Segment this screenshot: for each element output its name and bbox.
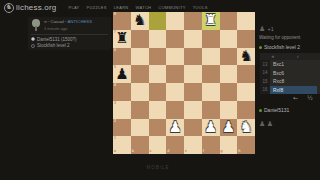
move-number: 15 xyxy=(260,77,270,86)
move-rows: 13Bxc114Bxc615Rxc816Rxf8 xyxy=(260,60,320,94)
piece-black-rook[interactable]: ♜ xyxy=(115,31,128,46)
square-c2[interactable] xyxy=(149,119,167,137)
square-b3[interactable] xyxy=(131,101,149,119)
square-d3[interactable] xyxy=(166,101,184,119)
square-e8[interactable] xyxy=(184,12,202,30)
square-g2[interactable]: ♟ xyxy=(220,119,238,137)
bottom-player-name: Daniel5131 xyxy=(264,107,289,113)
coord-rank-5: 5 xyxy=(114,66,116,70)
square-g4[interactable] xyxy=(220,83,238,101)
move-row-16: 16Rxf8 xyxy=(260,86,320,95)
nav-item-community[interactable]: COMMUNITY xyxy=(158,5,185,10)
square-a8[interactable]: 8 xyxy=(113,12,131,30)
coord-file-g: g xyxy=(221,150,223,154)
logo-text: lichess.org xyxy=(16,3,56,12)
move-number: 13 xyxy=(260,60,270,69)
coord-rank-7: 7 xyxy=(114,31,116,35)
nav-item-tools[interactable]: TOOLS xyxy=(193,5,208,10)
square-e5[interactable] xyxy=(184,65,202,83)
coord-rank-3: 3 xyxy=(114,102,116,106)
knight-logo-icon: ♞ xyxy=(4,3,14,13)
replay-nav: «‹›» xyxy=(260,53,320,60)
material-advantage: +1 xyxy=(268,27,274,32)
square-h3[interactable] xyxy=(237,101,255,119)
square-h1[interactable]: h xyxy=(237,136,255,154)
draw-button[interactable]: ½ xyxy=(307,95,313,101)
main-nav: PLAYPUZZLESLEARNWATCHCOMMUNITYTOOLS xyxy=(68,5,207,10)
square-b5[interactable] xyxy=(131,65,149,83)
square-e4[interactable] xyxy=(184,83,202,101)
square-c8[interactable] xyxy=(149,12,167,30)
square-b8[interactable]: ♞ xyxy=(131,12,149,30)
piece-black-pawn[interactable]: ♟ xyxy=(115,67,128,82)
square-d8[interactable] xyxy=(166,12,184,30)
square-f2[interactable]: ♟ xyxy=(202,119,220,137)
coord-rank-1: 1 xyxy=(114,137,116,141)
square-f5[interactable] xyxy=(202,65,220,83)
white-move-15[interactable]: Rxc8 xyxy=(270,77,317,86)
meta-player-white[interactable]: Daniel5131 (1500?) xyxy=(31,37,108,42)
square-f6[interactable] xyxy=(202,48,220,66)
square-d1[interactable]: d xyxy=(166,136,184,154)
nav-item-learn[interactable]: LEARN xyxy=(114,5,129,10)
square-f4[interactable] xyxy=(202,83,220,101)
square-b1[interactable]: b xyxy=(131,136,149,154)
square-c1[interactable]: c xyxy=(149,136,167,154)
square-b7[interactable] xyxy=(131,30,149,48)
square-d6[interactable] xyxy=(166,48,184,66)
square-a4[interactable]: 4 xyxy=(113,83,131,101)
black-side-icon xyxy=(31,44,35,48)
move-row-14: 14Bxc6 xyxy=(260,69,320,78)
captured-pawn-icon: ♟ xyxy=(267,120,274,128)
square-g5[interactable] xyxy=(220,65,238,83)
square-h6[interactable]: ♞ xyxy=(237,48,255,66)
square-c3[interactable] xyxy=(149,101,167,119)
white-player-name: Daniel5131 (1500?) xyxy=(37,37,77,42)
divider xyxy=(31,34,108,35)
online-dot-icon xyxy=(259,109,262,112)
coord-file-c: c xyxy=(150,150,152,154)
square-f7[interactable] xyxy=(202,30,220,48)
square-h4[interactable] xyxy=(237,83,255,101)
square-a3[interactable]: 3 xyxy=(113,101,131,119)
square-c6[interactable] xyxy=(149,48,167,66)
captured-pawn-icon: ♟ xyxy=(259,120,266,128)
coord-file-b: b xyxy=(132,150,134,154)
coord-rank-8: 8 xyxy=(114,13,116,17)
coord-rank-2: 2 xyxy=(114,120,116,124)
casual-label: Casual xyxy=(51,19,64,24)
square-f1[interactable]: f xyxy=(202,136,220,154)
move-row-13: 13Bxc1 xyxy=(260,60,320,69)
square-h5[interactable] xyxy=(237,65,255,83)
piece-white-pawn[interactable]: ♟ xyxy=(222,120,235,135)
white-move-14[interactable]: Bxc6 xyxy=(270,69,317,78)
coord-rank-6: 6 xyxy=(114,49,116,53)
game-created-time: 1 minute ago xyxy=(44,26,92,31)
meta-player-black[interactable]: Stockfish level 2 xyxy=(31,43,108,48)
nav-item-watch[interactable]: WATCH xyxy=(136,5,152,10)
square-b6[interactable] xyxy=(131,48,149,66)
square-c5[interactable] xyxy=(149,65,167,83)
square-a2[interactable]: 2 xyxy=(113,119,131,137)
piece-black-knight[interactable]: ♞ xyxy=(239,49,252,64)
prev-move-icon[interactable]: ‹ xyxy=(297,54,299,59)
bottom-player[interactable]: Daniel5131 xyxy=(259,107,289,113)
game-actions: ←½⚑ xyxy=(260,95,320,101)
clock-label: ∞ xyxy=(44,19,47,24)
square-d2[interactable]: ♟ xyxy=(166,119,184,137)
unlimited-time-tree-icon xyxy=(31,19,41,31)
square-g1[interactable]: g xyxy=(220,136,238,154)
white-side-icon xyxy=(31,37,35,41)
square-h7[interactable] xyxy=(237,30,255,48)
variant-link[interactable]: ANTICHESS xyxy=(68,19,93,24)
piece-white-rook[interactable]: ♜ xyxy=(204,13,217,28)
takeback-button[interactable]: ← xyxy=(293,95,298,101)
square-c7[interactable] xyxy=(149,30,167,48)
coord-rank-4: 4 xyxy=(114,84,116,88)
square-f3[interactable] xyxy=(202,101,220,119)
square-e1[interactable]: e xyxy=(184,136,202,154)
nav-item-puzzles[interactable]: PUZZLES xyxy=(87,5,107,10)
square-a5[interactable]: ♟5 xyxy=(113,65,131,83)
square-e7[interactable] xyxy=(184,30,202,48)
captured-pieces-top: ♟+1 xyxy=(259,25,274,33)
piece-black-knight[interactable]: ♞ xyxy=(133,13,146,28)
square-b2[interactable] xyxy=(131,119,149,137)
square-h2[interactable]: ♞ xyxy=(237,119,255,137)
piece-white-knight[interactable]: ♞ xyxy=(239,120,252,135)
move-list-box: «‹›» 13Bxc114Bxc615Rxc816Rxf8 xyxy=(260,53,320,94)
top-player-name: Stockfish level 2 xyxy=(264,44,300,50)
white-move-13[interactable]: Bxc1 xyxy=(270,60,317,69)
square-a6[interactable]: 6 xyxy=(113,48,131,66)
game-meta-line: ∞•Casual•ANTICHESS xyxy=(44,19,92,24)
square-e6[interactable] xyxy=(184,48,202,66)
coord-file-e: e xyxy=(185,150,187,154)
square-d5[interactable] xyxy=(166,65,184,83)
lichess-logo[interactable]: ♞ lichess.org xyxy=(4,3,56,13)
coord-file-h: h xyxy=(238,150,240,154)
square-e2[interactable] xyxy=(184,119,202,137)
move-row-15: 15Rxc8 xyxy=(260,77,320,86)
square-e3[interactable] xyxy=(184,101,202,119)
captured-pawn-icon: ♟ xyxy=(259,25,266,33)
square-f8[interactable]: ♜ xyxy=(202,12,220,30)
square-g8[interactable] xyxy=(220,12,238,30)
white-move-16[interactable]: Rxf8 xyxy=(270,86,317,95)
square-g7[interactable] xyxy=(220,30,238,48)
coord-file-d: d xyxy=(167,150,169,154)
nav-item-play[interactable]: PLAY xyxy=(68,5,79,10)
captured-pieces-bottom: ♟♟ xyxy=(259,120,274,128)
square-c4[interactable] xyxy=(149,83,167,101)
coord-file-a: a xyxy=(114,150,116,154)
square-d4[interactable] xyxy=(166,83,184,101)
game-meta-box: ∞•Casual•ANTICHESS 1 minute ago Daniel51… xyxy=(28,17,111,50)
online-dot-icon xyxy=(259,46,262,49)
square-h8[interactable] xyxy=(237,12,255,30)
square-d7[interactable] xyxy=(166,30,184,48)
footer-mobile-link[interactable]: MOBILE xyxy=(0,165,316,170)
top-player[interactable]: Stockfish level 2 xyxy=(259,44,300,50)
move-number: 14 xyxy=(260,69,270,78)
game-status: Waiting for opponent xyxy=(259,35,300,40)
black-player-name: Stockfish level 2 xyxy=(37,43,70,48)
game-panel: ♟+1 Waiting for opponent Stockfish level… xyxy=(256,0,320,180)
piece-white-pawn[interactable]: ♟ xyxy=(168,120,181,135)
square-g6[interactable] xyxy=(220,48,238,66)
square-a7[interactable]: ♜7 xyxy=(113,30,131,48)
square-a1[interactable]: a1 xyxy=(113,136,131,154)
first-move-icon[interactable]: « xyxy=(271,54,274,59)
chess-board: 8♞♜♜76♞♟5432♟♟♟♞a1bcdefgh xyxy=(113,12,255,154)
coord-file-f: f xyxy=(203,150,204,154)
piece-white-pawn[interactable]: ♟ xyxy=(204,120,217,135)
move-number: 16 xyxy=(260,86,270,95)
square-b4[interactable] xyxy=(131,83,149,101)
square-g3[interactable] xyxy=(220,101,238,119)
